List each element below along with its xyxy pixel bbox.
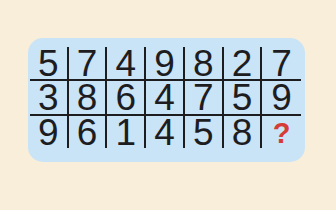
grid-cell: 4 — [146, 116, 185, 148]
grid-cell: 7 — [69, 47, 108, 81]
grid-cell: 4 — [146, 81, 185, 116]
grid-cell: 8 — [224, 116, 263, 148]
grid-cell: 6 — [107, 81, 146, 116]
number-grid: 5 7 4 9 8 2 7 3 8 6 4 7 5 9 9 6 1 4 5 8 … — [30, 47, 301, 148]
grid-cell: 5 — [224, 81, 263, 116]
grid-cell: 4 — [107, 47, 146, 81]
grid-cell: 7 — [185, 81, 224, 116]
grid-cell: 6 — [69, 116, 108, 148]
grid-cell: 7 — [262, 47, 301, 81]
mystery-cell: ? — [262, 116, 301, 148]
grid-cell: 2 — [224, 47, 263, 81]
grid-cell: 8 — [185, 47, 224, 81]
grid-cell: 5 — [30, 47, 69, 81]
grid-cell: 1 — [107, 116, 146, 148]
grid-cell: 9 — [262, 81, 301, 116]
puzzle-board: 5 7 4 9 8 2 7 3 8 6 4 7 5 9 9 6 1 4 5 8 … — [28, 38, 305, 162]
grid-cell: 8 — [69, 81, 108, 116]
grid-cell: 9 — [30, 116, 69, 148]
grid-cell: 9 — [146, 47, 185, 81]
grid-cell: 5 — [185, 116, 224, 148]
grid-cell: 3 — [30, 81, 69, 116]
